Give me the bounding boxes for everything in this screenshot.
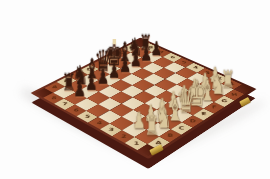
coordinate-text: 6 [170, 56, 175, 59]
coordinate-text: D [190, 119, 197, 123]
coordinate-text: 7 [62, 102, 68, 106]
coordinate-text: 8 [51, 96, 57, 100]
piece-black-pawn[interactable]: ♟ [73, 79, 86, 100]
piece-black-pawn[interactable]: ♟ [108, 62, 120, 82]
coordinate-text: G [119, 52, 124, 55]
coordinate-text: F [211, 106, 216, 110]
piece-black-pawn[interactable]: ♟ [85, 73, 97, 94]
piece-black-pawn[interactable]: ♟ [151, 40, 163, 59]
coordinate-text: 5 [181, 61, 186, 64]
piece-white-rook[interactable]: ♜ [144, 114, 159, 140]
coordinate-text: C [179, 126, 185, 130]
piece-black-pawn[interactable]: ♟ [119, 56, 131, 76]
coordinate-text: 1 [133, 141, 138, 146]
coordinate-text: 2 [121, 134, 126, 138]
coordinate-text: 6 [73, 108, 79, 112]
coordinate-text: 5 [85, 115, 91, 119]
coordinate-text: H [231, 93, 238, 97]
coordinate-text: H [129, 46, 134, 49]
coordinate-text: F [109, 57, 114, 60]
coordinate-text: A [52, 85, 58, 89]
piece-black-pawn[interactable]: ♟ [97, 67, 109, 88]
coordinate-text: 4 [96, 121, 102, 125]
coordinate-text: 8 [148, 46, 152, 49]
coordinate-text: 4 [193, 66, 198, 69]
coordinate-text: G [221, 99, 227, 103]
coordinate-text: E [201, 112, 206, 116]
coordinate-text: E [98, 62, 103, 65]
piece-black-pawn[interactable]: ♟ [130, 50, 142, 70]
product-photo: ABCDEFGH8877665544332211ABCDEFGH ♜♞♝♛♚♝♞… [0, 0, 270, 179]
chess-set-scene: ABCDEFGH8877665544332211ABCDEFGH ♜♞♝♛♚♝♞… [64, 11, 224, 171]
coordinate-text: B [167, 133, 173, 137]
coordinate-text: 3 [108, 128, 114, 132]
coordinate-text: 7 [159, 51, 164, 54]
chess-board: ABCDEFGH8877665544332211ABCDEFGH ♜♞♝♛♚♝♞… [30, 37, 256, 159]
